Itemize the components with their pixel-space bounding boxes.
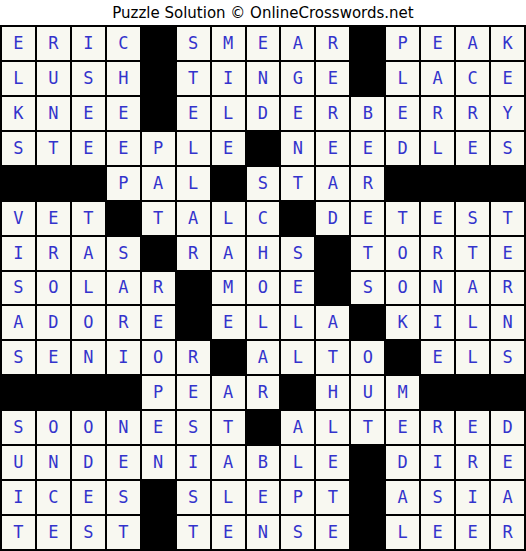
block-cell	[37, 167, 70, 200]
cell-letter: N	[118, 419, 128, 436]
cell-letter: L	[83, 279, 93, 296]
letter-cell: R	[456, 97, 489, 130]
cell-letter: R	[433, 245, 443, 262]
cell-letter: E	[328, 524, 338, 541]
letter-cell: E	[491, 237, 524, 270]
letter-cell: E	[177, 97, 210, 130]
cell-letter: D	[398, 454, 408, 471]
cell-letter: P	[153, 140, 163, 157]
letter-cell: P	[386, 27, 419, 60]
cell-letter: P	[153, 384, 163, 401]
letter-cell: E	[212, 516, 245, 549]
cell-letter: L	[258, 314, 268, 331]
letter-cell: D	[72, 446, 105, 479]
letter-cell: S	[247, 167, 280, 200]
cell-letter: E	[223, 314, 233, 331]
cell-letter: T	[48, 140, 58, 157]
block-cell	[386, 167, 419, 200]
letter-cell: A	[107, 272, 140, 305]
letter-cell: N	[107, 411, 140, 444]
letter-cell: R	[421, 411, 454, 444]
cell-letter: E	[467, 524, 477, 541]
letter-cell: R	[491, 272, 524, 305]
letter-cell: A	[386, 481, 419, 514]
letter-cell: C	[247, 202, 280, 235]
cell-letter: P	[293, 489, 303, 506]
block-cell	[72, 167, 105, 200]
letter-cell: I	[2, 237, 35, 270]
letter-cell: H	[316, 376, 349, 409]
block-cell	[491, 376, 524, 409]
letter-cell: L	[212, 481, 245, 514]
letter-cell: R	[316, 27, 349, 60]
cell-letter: N	[293, 140, 303, 157]
cell-letter: P	[398, 35, 408, 52]
cell-letter: K	[398, 314, 408, 331]
cell-letter: A	[328, 314, 338, 331]
letter-cell: N	[247, 516, 280, 549]
block-cell	[107, 202, 140, 235]
letter-cell: B	[351, 97, 384, 130]
letter-cell: N	[142, 446, 175, 479]
cell-letter: K	[502, 35, 512, 52]
letter-cell: O	[72, 306, 105, 339]
cell-letter: S	[13, 140, 23, 157]
block-cell	[212, 341, 245, 374]
cell-letter: H	[328, 384, 338, 401]
cell-letter: S	[13, 349, 23, 366]
cell-letter: D	[48, 314, 58, 331]
cell-letter: E	[433, 349, 443, 366]
cell-letter: A	[223, 245, 233, 262]
cell-letter: N	[502, 314, 512, 331]
cell-letter: T	[118, 524, 128, 541]
letter-cell: A	[177, 202, 210, 235]
cell-letter: S	[188, 419, 198, 436]
cell-letter: A	[13, 314, 23, 331]
letter-cell: S	[107, 237, 140, 270]
letter-cell: S	[421, 481, 454, 514]
cell-letter: R	[502, 279, 512, 296]
letter-cell: E	[37, 341, 70, 374]
cell-letter: E	[153, 314, 163, 331]
letter-cell: R	[177, 237, 210, 270]
cell-letter: E	[48, 210, 58, 227]
cell-letter: N	[258, 524, 268, 541]
cell-letter: R	[363, 175, 373, 192]
cell-letter: T	[328, 349, 338, 366]
cell-letter: E	[223, 140, 233, 157]
cell-letter: D	[83, 454, 93, 471]
letter-cell: E	[177, 376, 210, 409]
cell-letter: L	[188, 140, 198, 157]
letter-cell: S	[177, 411, 210, 444]
cell-letter: A	[433, 70, 443, 87]
block-cell	[491, 167, 524, 200]
cell-letter: S	[188, 35, 198, 52]
cell-letter: N	[83, 349, 93, 366]
cell-letter: E	[83, 140, 93, 157]
block-cell	[247, 411, 280, 444]
letter-cell: I	[177, 446, 210, 479]
letter-cell: A	[491, 481, 524, 514]
cell-letter: L	[467, 349, 477, 366]
block-cell	[351, 446, 384, 479]
block-cell	[142, 481, 175, 514]
letter-cell: L	[421, 132, 454, 165]
letter-cell: S	[177, 481, 210, 514]
cell-letter: S	[83, 524, 93, 541]
letter-cell: A	[212, 446, 245, 479]
cell-letter: N	[258, 70, 268, 87]
cell-letter: H	[118, 70, 128, 87]
letter-cell: O	[142, 341, 175, 374]
cell-letter: L	[223, 210, 233, 227]
letter-cell: R	[247, 376, 280, 409]
letter-cell: H	[107, 62, 140, 95]
letter-cell: H	[247, 237, 280, 270]
block-cell	[281, 376, 314, 409]
letter-cell: N	[491, 306, 524, 339]
block-cell	[421, 376, 454, 409]
letter-cell: E	[107, 132, 140, 165]
letter-cell: L	[281, 341, 314, 374]
letter-cell: O	[72, 411, 105, 444]
letter-cell: E	[316, 132, 349, 165]
letter-cell: D	[491, 411, 524, 444]
cell-letter: E	[188, 105, 198, 122]
letter-cell: P	[142, 376, 175, 409]
letter-cell: L	[212, 97, 245, 130]
letter-cell: O	[247, 272, 280, 305]
cell-letter: E	[328, 140, 338, 157]
cell-letter: B	[258, 454, 268, 471]
letter-cell: O	[351, 341, 384, 374]
letter-cell: O	[386, 272, 419, 305]
cell-letter: T	[363, 245, 373, 262]
cell-letter: E	[13, 35, 23, 52]
cell-letter: E	[293, 279, 303, 296]
letter-cell: A	[316, 167, 349, 200]
cell-letter: D	[328, 210, 338, 227]
block-cell	[316, 237, 349, 270]
block-cell	[351, 306, 384, 339]
letter-cell: T	[351, 237, 384, 270]
letter-cell: L	[456, 341, 489, 374]
letter-cell: S	[281, 237, 314, 270]
cell-letter: O	[83, 314, 93, 331]
cell-letter: L	[13, 70, 23, 87]
letter-cell: R	[316, 97, 349, 130]
letter-cell: L	[247, 306, 280, 339]
cell-letter: A	[83, 245, 93, 262]
cell-letter: A	[153, 175, 163, 192]
letter-cell: E	[247, 481, 280, 514]
letter-cell: R	[491, 516, 524, 549]
cell-letter: D	[398, 140, 408, 157]
cell-letter: I	[83, 35, 93, 52]
cell-letter: O	[48, 279, 58, 296]
letter-cell: E	[421, 341, 454, 374]
letter-cell: E	[351, 202, 384, 235]
cell-letter: E	[433, 210, 443, 227]
cell-letter: A	[258, 349, 268, 366]
letter-cell: N	[72, 341, 105, 374]
cell-letter: R	[48, 245, 58, 262]
letter-cell: T	[351, 411, 384, 444]
letter-cell: U	[2, 446, 35, 479]
letter-cell: E	[72, 132, 105, 165]
block-cell	[2, 376, 35, 409]
cell-letter: R	[48, 35, 58, 52]
letter-cell: T	[142, 202, 175, 235]
cell-letter: I	[223, 70, 233, 87]
cell-letter: P	[118, 175, 128, 192]
cell-letter: E	[363, 210, 373, 227]
letter-cell: R	[421, 237, 454, 270]
letter-cell: S	[2, 132, 35, 165]
letter-cell: S	[2, 272, 35, 305]
cell-letter: U	[48, 70, 58, 87]
letter-cell: T	[281, 167, 314, 200]
cell-letter: R	[328, 105, 338, 122]
cell-letter: E	[363, 140, 373, 157]
cell-letter: L	[293, 349, 303, 366]
cell-letter: S	[118, 245, 128, 262]
block-cell	[142, 62, 175, 95]
letter-cell: V	[2, 202, 35, 235]
cell-letter: C	[118, 35, 128, 52]
cell-letter: S	[188, 489, 198, 506]
letter-cell: S	[72, 516, 105, 549]
letter-cell: T	[386, 202, 419, 235]
cell-letter: S	[363, 279, 373, 296]
letter-cell: I	[456, 481, 489, 514]
cell-letter: G	[293, 70, 303, 87]
letter-cell: L	[456, 306, 489, 339]
cell-letter: L	[223, 105, 233, 122]
letter-cell: E	[456, 516, 489, 549]
cell-letter: N	[48, 105, 58, 122]
letter-cell: S	[72, 62, 105, 95]
cell-letter: A	[223, 454, 233, 471]
cell-letter: A	[502, 489, 512, 506]
cell-letter: S	[502, 140, 512, 157]
block-cell	[456, 167, 489, 200]
letter-cell: D	[316, 202, 349, 235]
cell-letter: L	[328, 419, 338, 436]
letter-cell: E	[421, 516, 454, 549]
letter-cell: O	[37, 272, 70, 305]
cell-letter: O	[398, 279, 408, 296]
letter-cell: T	[72, 202, 105, 235]
cell-letter: L	[223, 489, 233, 506]
cell-letter: E	[502, 70, 512, 87]
cell-letter: T	[467, 245, 477, 262]
cell-letter: A	[467, 35, 477, 52]
cell-letter: C	[467, 70, 477, 87]
cell-letter: E	[433, 35, 443, 52]
cell-letter: E	[188, 384, 198, 401]
cell-letter: E	[258, 35, 268, 52]
cell-letter: Y	[502, 105, 512, 122]
cell-letter: E	[433, 524, 443, 541]
letter-cell: E	[37, 202, 70, 235]
block-cell	[351, 62, 384, 95]
cell-letter: A	[328, 175, 338, 192]
letter-cell: N	[37, 446, 70, 479]
letter-cell: A	[316, 306, 349, 339]
letter-cell: R	[421, 97, 454, 130]
cell-letter: T	[83, 210, 93, 227]
block-cell	[72, 376, 105, 409]
letter-cell: E	[456, 411, 489, 444]
letter-cell: L	[386, 516, 419, 549]
letter-cell: C	[107, 27, 140, 60]
letter-cell: R	[107, 306, 140, 339]
cell-letter: T	[502, 210, 512, 227]
block-cell	[2, 167, 35, 200]
letter-cell: E	[316, 446, 349, 479]
cell-letter: E	[398, 419, 408, 436]
cell-letter: R	[433, 419, 443, 436]
letter-cell: K	[386, 306, 419, 339]
cell-letter: N	[48, 454, 58, 471]
letter-cell: S	[177, 27, 210, 60]
cell-letter: O	[83, 419, 93, 436]
cell-letter: L	[293, 314, 303, 331]
cell-letter: O	[363, 349, 373, 366]
cell-letter: N	[433, 279, 443, 296]
block-cell	[421, 167, 454, 200]
cell-letter: R	[258, 384, 268, 401]
cell-letter: T	[223, 419, 233, 436]
letter-cell: A	[281, 27, 314, 60]
letter-cell: N	[421, 272, 454, 305]
cell-letter: T	[188, 70, 198, 87]
letter-cell: U	[351, 376, 384, 409]
cell-letter: E	[293, 105, 303, 122]
cell-letter: R	[433, 105, 443, 122]
cell-letter: I	[467, 489, 477, 506]
block-cell	[142, 237, 175, 270]
cell-letter: S	[118, 489, 128, 506]
cell-letter: T	[328, 489, 338, 506]
block-cell	[456, 376, 489, 409]
cell-letter: C	[48, 489, 58, 506]
block-cell	[351, 481, 384, 514]
cell-letter: E	[467, 419, 477, 436]
letter-cell: M	[212, 27, 245, 60]
letter-cell: E	[212, 132, 245, 165]
cell-letter: E	[398, 105, 408, 122]
letter-cell: D	[386, 132, 419, 165]
letter-cell: T	[177, 516, 210, 549]
letter-cell: E	[72, 481, 105, 514]
cell-letter: A	[223, 384, 233, 401]
letter-cell: T	[316, 341, 349, 374]
letter-cell: T	[37, 132, 70, 165]
letter-cell: A	[72, 237, 105, 270]
block-cell	[386, 341, 419, 374]
cell-letter: T	[363, 419, 373, 436]
cell-letter: L	[398, 70, 408, 87]
letter-cell: K	[491, 27, 524, 60]
letter-cell: N	[281, 132, 314, 165]
cell-letter: E	[48, 349, 58, 366]
letter-cell: P	[142, 132, 175, 165]
letter-cell: T	[177, 62, 210, 95]
cell-letter: S	[293, 524, 303, 541]
block-cell	[316, 272, 349, 305]
cell-letter: E	[502, 454, 512, 471]
letter-cell: E	[107, 446, 140, 479]
letter-cell: E	[142, 306, 175, 339]
cell-letter: T	[153, 210, 163, 227]
letter-cell: T	[2, 516, 35, 549]
cell-letter: S	[433, 489, 443, 506]
letter-cell: E	[281, 97, 314, 130]
cell-letter: I	[118, 349, 128, 366]
cell-letter: A	[293, 35, 303, 52]
letter-cell: E	[2, 27, 35, 60]
block-cell	[177, 306, 210, 339]
letter-cell: P	[107, 167, 140, 200]
letter-cell: L	[281, 446, 314, 479]
letter-cell: L	[281, 306, 314, 339]
cell-letter: E	[328, 454, 338, 471]
cell-letter: T	[13, 524, 23, 541]
cell-letter: U	[363, 384, 373, 401]
letter-cell: D	[247, 97, 280, 130]
cell-letter: D	[258, 105, 268, 122]
block-cell	[107, 376, 140, 409]
cell-letter: S	[13, 419, 23, 436]
cell-letter: S	[258, 175, 268, 192]
cell-letter: E	[153, 419, 163, 436]
cell-letter: E	[118, 105, 128, 122]
letter-cell: S	[491, 341, 524, 374]
letter-cell: I	[107, 341, 140, 374]
cell-letter: I	[433, 454, 443, 471]
letter-cell: L	[177, 132, 210, 165]
block-cell	[177, 272, 210, 305]
letter-cell: T	[212, 411, 245, 444]
letter-cell: S	[491, 132, 524, 165]
cell-letter: D	[502, 419, 512, 436]
block-cell	[351, 27, 384, 60]
cell-letter: T	[293, 175, 303, 192]
letter-cell: T	[107, 516, 140, 549]
letter-cell: E	[491, 62, 524, 95]
letter-cell: E	[421, 27, 454, 60]
cell-letter: A	[467, 279, 477, 296]
cell-letter: E	[223, 524, 233, 541]
letter-cell: S	[2, 341, 35, 374]
cell-letter: L	[433, 140, 443, 157]
letter-cell: B	[247, 446, 280, 479]
letter-cell: I	[72, 27, 105, 60]
cell-letter: M	[223, 35, 233, 52]
cell-letter: M	[223, 279, 233, 296]
block-cell	[142, 27, 175, 60]
letter-cell: O	[386, 237, 419, 270]
cell-letter: M	[398, 384, 408, 401]
cell-letter: A	[293, 419, 303, 436]
letter-cell: E	[72, 97, 105, 130]
cell-letter: S	[13, 279, 23, 296]
letter-cell: E	[212, 306, 245, 339]
